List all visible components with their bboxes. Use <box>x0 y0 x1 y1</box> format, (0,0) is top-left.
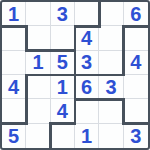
cell-r1c3[interactable]: 3 <box>51 2 75 26</box>
region-border-segment <box>74 25 77 52</box>
region-border-segment <box>74 49 77 76</box>
sudoku-board: 1364153441634513 <box>0 0 150 150</box>
cell-r2c2[interactable] <box>26 26 50 50</box>
cell-r5c1[interactable] <box>2 99 26 123</box>
cell-r2c6[interactable] <box>124 26 148 50</box>
region-border-segment <box>74 74 101 77</box>
cell-r1c6[interactable]: 6 <box>124 2 148 26</box>
region-border-segment <box>122 98 125 125</box>
region-border-segment <box>122 49 125 76</box>
cell-r4c5[interactable]: 3 <box>99 75 123 99</box>
cell-r1c4[interactable] <box>75 2 99 26</box>
cell-r1c5[interactable] <box>99 2 123 26</box>
region-border-segment <box>74 74 77 101</box>
cell-r3c2[interactable]: 1 <box>26 51 50 75</box>
region-border-segment <box>98 74 125 77</box>
region-border-segment <box>2 122 28 125</box>
region-border-segment <box>25 74 52 77</box>
region-border-segment <box>49 74 76 77</box>
cell-r4c3[interactable]: 1 <box>51 75 75 99</box>
cell-r5c3[interactable]: 4 <box>51 99 75 123</box>
region-border-segment <box>25 74 28 101</box>
cell-r4c1[interactable]: 4 <box>2 75 26 99</box>
cell-r3c4[interactable]: 3 <box>75 51 99 75</box>
cell-r6c1[interactable]: 5 <box>2 124 26 148</box>
cell-r4c4[interactable]: 6 <box>75 75 99 99</box>
cell-r2c4[interactable]: 4 <box>75 26 99 50</box>
region-border-segment <box>98 2 101 28</box>
cell-r1c2[interactable] <box>26 2 50 26</box>
region-border-segment <box>49 122 76 125</box>
cell-r6c3[interactable] <box>51 124 75 148</box>
region-border-segment <box>74 98 101 101</box>
cell-r6c6[interactable]: 3 <box>124 124 148 148</box>
cell-r3c1[interactable] <box>2 51 26 75</box>
cell-r2c3[interactable] <box>51 26 75 50</box>
region-border-segment <box>49 49 76 52</box>
region-border-segment <box>122 25 148 28</box>
cell-r6c2[interactable] <box>26 124 50 148</box>
region-border-segment <box>74 25 101 28</box>
region-border-segment <box>122 122 148 125</box>
region-border-segment <box>25 49 52 52</box>
cell-r4c2[interactable] <box>26 75 50 99</box>
cell-r5c6[interactable] <box>124 99 148 123</box>
cell-r5c4[interactable] <box>75 99 99 123</box>
cell-r5c2[interactable] <box>26 99 50 123</box>
cell-r6c4[interactable]: 1 <box>75 124 99 148</box>
region-border-segment <box>74 98 77 125</box>
region-border-segment <box>49 122 52 148</box>
region-border-segment <box>25 25 28 52</box>
cell-r5c5[interactable] <box>99 99 123 123</box>
cell-r2c1[interactable] <box>2 26 26 50</box>
cell-r3c3[interactable]: 5 <box>51 51 75 75</box>
cell-r3c6[interactable]: 4 <box>124 51 148 75</box>
region-border-segment <box>2 25 28 28</box>
region-border-segment <box>98 98 125 101</box>
region-border-segment <box>25 98 28 125</box>
region-border-segment <box>122 25 125 52</box>
cell-r3c5[interactable] <box>99 51 123 75</box>
cell-r6c5[interactable] <box>99 124 123 148</box>
cell-r4c6[interactable] <box>124 75 148 99</box>
cell-r1c1[interactable]: 1 <box>2 2 26 26</box>
cell-r2c5[interactable] <box>99 26 123 50</box>
